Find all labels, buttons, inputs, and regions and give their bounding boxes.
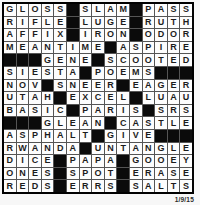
letter-cell[interactable]: S [130, 180, 142, 192]
black-cell [180, 67, 192, 79]
letter-cell[interactable]: G [130, 155, 142, 167]
letter-cell[interactable]: R [105, 80, 117, 92]
black-cell [180, 130, 192, 142]
letter-cell[interactable]: L [42, 17, 54, 29]
letter-cell[interactable]: R [80, 180, 92, 192]
letter-cell[interactable]: G [155, 80, 167, 92]
letter-cell[interactable]: P [80, 168, 92, 180]
letter-cell[interactable]: C [117, 54, 129, 66]
letter-cell[interactable]: R [4, 17, 16, 29]
letter-cell[interactable]: U [155, 17, 167, 29]
letter-cell[interactable]: I [17, 67, 29, 79]
letter-cell[interactable]: G [105, 17, 117, 29]
letter-cell[interactable]: A [29, 92, 41, 104]
letter-cell[interactable]: S [67, 168, 79, 180]
letter-cell[interactable]: D [180, 54, 192, 66]
black-cell [92, 54, 104, 66]
letter-cell[interactable]: N [105, 143, 117, 155]
letter-cell[interactable]: E [117, 17, 129, 29]
black-cell [4, 54, 16, 66]
black-cell [130, 29, 142, 41]
letter-cell[interactable]: T [17, 92, 29, 104]
letter-cell[interactable]: O [29, 4, 41, 16]
letter-cell[interactable]: G [4, 4, 16, 16]
letter-cell[interactable]: N [42, 42, 54, 54]
letter-cell[interactable]: W [17, 143, 29, 155]
black-cell [143, 105, 155, 117]
letter-cell[interactable]: A [117, 42, 129, 54]
letter-cell[interactable]: E [105, 92, 117, 104]
letter-cell[interactable]: U [155, 92, 167, 104]
letter-cell[interactable]: M [80, 42, 92, 54]
letter-cell[interactable]: S [180, 4, 192, 16]
letter-cell[interactable]: F [29, 29, 41, 41]
black-cell [130, 92, 142, 104]
letter-cell[interactable]: I [17, 17, 29, 29]
black-cell [42, 80, 54, 92]
letter-cell[interactable]: A [130, 117, 142, 129]
letter-cell[interactable]: S [42, 168, 54, 180]
letter-cell[interactable]: S [42, 4, 54, 16]
letter-cell[interactable]: H [42, 130, 54, 142]
letter-cell[interactable]: L [168, 143, 180, 155]
letter-cell[interactable]: R [180, 29, 192, 41]
letter-cell[interactable]: N [67, 80, 79, 92]
letter-cell[interactable]: G [155, 143, 167, 155]
letter-cell[interactable]: A [4, 29, 16, 41]
letter-cell[interactable]: O [105, 29, 117, 41]
letter-cell[interactable]: L [67, 130, 79, 142]
letter-cell[interactable]: I [80, 29, 92, 41]
letter-cell[interactable]: E [92, 80, 104, 92]
letter-cell[interactable]: O [92, 168, 104, 180]
black-cell [29, 117, 41, 129]
black-cell [117, 80, 129, 92]
letter-cell[interactable]: C [92, 92, 104, 104]
letter-cell[interactable]: T [54, 42, 66, 54]
letter-cell[interactable]: T [117, 143, 129, 155]
letter-cell[interactable]: O [168, 29, 180, 41]
letter-cell[interactable]: A [143, 180, 155, 192]
letter-cell[interactable]: G [42, 117, 54, 129]
letter-cell[interactable]: A [92, 105, 104, 117]
letter-cell[interactable]: S [168, 168, 180, 180]
letter-cell[interactable]: L [155, 180, 167, 192]
letter-cell[interactable]: F [29, 17, 41, 29]
black-cell [117, 180, 129, 192]
letter-cell[interactable]: G [42, 54, 54, 66]
letter-cell[interactable]: A [54, 130, 66, 142]
letter-cell[interactable]: N [143, 143, 155, 155]
black-cell [117, 168, 129, 180]
letter-cell[interactable]: C [54, 105, 66, 117]
letter-cell[interactable]: E [67, 180, 79, 192]
letter-cell[interactable]: R [143, 17, 155, 29]
letter-cell[interactable]: E [54, 17, 66, 29]
letter-cell[interactable]: T [155, 54, 167, 66]
letter-cell[interactable]: A [143, 80, 155, 92]
puzzle-date: 1/9/15 [175, 196, 194, 203]
letter-cell[interactable]: R [4, 143, 16, 155]
letter-cell[interactable]: A [29, 42, 41, 54]
letter-cell[interactable]: X [80, 92, 92, 104]
black-cell [67, 29, 79, 41]
letter-cell[interactable]: P [143, 42, 155, 54]
letter-cell[interactable]: E [168, 155, 180, 167]
letter-cell[interactable]: N [117, 29, 129, 41]
black-cell [54, 168, 66, 180]
letter-cell[interactable]: I [17, 155, 29, 167]
letter-cell[interactable]: U [180, 92, 192, 104]
letter-cell[interactable]: E [168, 54, 180, 66]
letter-cell[interactable]: A [67, 143, 79, 155]
letter-cell[interactable]: O [143, 29, 155, 41]
crossword-grid: GLOSSSLAMPASSRIFLELUGERUTHAFFIXIRONODORM… [4, 4, 192, 192]
letter-cell[interactable]: I [117, 105, 129, 117]
letter-cell[interactable]: C [29, 155, 41, 167]
letter-cell[interactable]: P [29, 130, 41, 142]
letter-cell[interactable]: R [105, 105, 117, 117]
letter-cell[interactable]: L [143, 92, 155, 104]
letter-cell[interactable]: R [92, 29, 104, 41]
letter-cell[interactable]: A [29, 143, 41, 155]
letter-cell[interactable]: R [168, 105, 180, 117]
letter-cell[interactable]: U [4, 92, 16, 104]
letter-cell[interactable]: A [105, 4, 117, 16]
letter-cell[interactable]: P [92, 67, 104, 79]
letter-cell[interactable]: S [143, 67, 155, 79]
letter-cell[interactable]: G [105, 130, 117, 142]
letter-cell[interactable]: E [117, 67, 129, 79]
letter-cell[interactable]: M [130, 67, 142, 79]
letter-cell[interactable]: E [42, 155, 54, 167]
letter-cell[interactable]: L [54, 117, 66, 129]
letter-cell[interactable]: I [67, 42, 79, 54]
black-cell [54, 180, 66, 192]
letter-cell[interactable]: T [80, 130, 92, 142]
letter-cell[interactable]: L [92, 4, 104, 16]
letter-cell[interactable]: V [29, 80, 41, 92]
letter-cell[interactable]: O [130, 54, 142, 66]
letter-cell[interactable]: E [180, 42, 192, 54]
letter-cell[interactable]: T [155, 117, 167, 129]
letter-cell[interactable]: E [54, 54, 66, 66]
letter-cell[interactable]: T [168, 180, 180, 192]
letter-cell[interactable]: O [17, 80, 29, 92]
letter-cell[interactable]: C [117, 117, 129, 129]
letter-cell[interactable]: E [67, 117, 79, 129]
letter-cell[interactable]: I [117, 130, 129, 142]
letter-cell[interactable]: P [143, 4, 155, 16]
black-cell [117, 155, 129, 167]
letter-cell[interactable]: T [54, 67, 66, 79]
black-cell [80, 67, 92, 79]
letter-cell[interactable]: S [155, 105, 167, 117]
letter-cell[interactable]: P [67, 155, 79, 167]
letter-cell[interactable]: A [80, 155, 92, 167]
letter-cell[interactable]: V [130, 130, 142, 142]
letter-cell[interactable]: S [54, 4, 66, 16]
letter-cell[interactable]: F [17, 29, 29, 41]
letter-cell[interactable]: H [42, 92, 54, 104]
black-cell [155, 130, 167, 142]
letter-cell[interactable]: L [117, 92, 129, 104]
crossword-grid-frame: GLOSSSLAMPASSRIFLELUGERUTHAFFIXIRONODORM… [2, 2, 194, 194]
letter-cell[interactable]: O [155, 155, 167, 167]
letter-cell[interactable]: S [130, 105, 142, 117]
letter-cell[interactable]: S [105, 54, 117, 66]
letter-cell[interactable]: A [168, 92, 180, 104]
black-cell [17, 117, 29, 129]
black-cell [4, 117, 16, 129]
letter-cell[interactable]: D [29, 180, 41, 192]
letter-cell[interactable]: B [4, 105, 16, 117]
letter-cell[interactable]: E [17, 42, 29, 54]
letter-cell[interactable]: A [80, 117, 92, 129]
black-cell [29, 54, 41, 66]
black-cell [105, 42, 117, 54]
letter-cell[interactable]: A [67, 67, 79, 79]
letter-cell[interactable]: M [4, 42, 16, 54]
black-cell [80, 143, 92, 155]
letter-cell[interactable]: N [92, 117, 104, 129]
black-cell [155, 67, 167, 79]
letter-cell[interactable]: S [105, 180, 117, 192]
letter-cell[interactable]: N [4, 80, 16, 92]
letter-cell[interactable]: I [155, 42, 167, 54]
letter-cell[interactable]: S [180, 105, 192, 117]
black-cell [67, 105, 79, 117]
letter-cell[interactable]: L [17, 4, 29, 16]
letter-cell[interactable]: M [117, 4, 129, 16]
letter-cell[interactable]: D [54, 143, 66, 155]
letter-cell[interactable]: T [105, 168, 117, 180]
letter-cell[interactable]: S [168, 4, 180, 16]
letter-cell[interactable]: D [4, 155, 16, 167]
letter-cell[interactable]: E [180, 143, 192, 155]
letter-cell[interactable]: O [143, 54, 155, 66]
letter-cell[interactable]: P [80, 105, 92, 117]
letter-cell[interactable]: E [130, 80, 142, 92]
letter-cell[interactable]: N [67, 54, 79, 66]
black-cell [54, 92, 66, 104]
black-cell [67, 4, 79, 16]
letter-cell[interactable]: I [42, 29, 54, 41]
letter-cell[interactable]: I [42, 105, 54, 117]
letter-cell[interactable]: Y [180, 155, 192, 167]
letter-cell[interactable]: E [80, 80, 92, 92]
black-cell [168, 67, 180, 79]
letter-cell[interactable]: E [17, 180, 29, 192]
letter-cell[interactable]: D [155, 29, 167, 41]
letter-cell[interactable]: N [17, 168, 29, 180]
letter-cell[interactable]: R [143, 168, 155, 180]
letter-cell[interactable]: R [168, 42, 180, 54]
letter-cell[interactable]: E [29, 67, 41, 79]
letter-cell[interactable]: A [17, 105, 29, 117]
black-cell [67, 17, 79, 29]
letter-cell[interactable]: S [42, 180, 54, 192]
letter-cell[interactable]: L [168, 117, 180, 129]
letter-cell[interactable]: O [143, 155, 155, 167]
letter-cell[interactable]: R [92, 180, 104, 192]
letter-cell[interactable]: R [180, 80, 192, 92]
letter-cell[interactable]: L [80, 17, 92, 29]
black-cell [54, 155, 66, 167]
letter-cell[interactable]: E [130, 168, 142, 180]
letter-cell[interactable]: X [54, 29, 66, 41]
black-cell [17, 54, 29, 66]
letter-cell[interactable]: O [105, 67, 117, 79]
letter-cell[interactable]: P [92, 155, 104, 167]
black-cell [92, 130, 104, 142]
letter-cell[interactable]: A [130, 143, 142, 155]
letter-cell[interactable]: S [180, 180, 192, 192]
letter-cell[interactable]: E [80, 54, 92, 66]
letter-cell[interactable]: A [4, 130, 16, 142]
letter-cell[interactable]: S [4, 67, 16, 79]
letter-cell[interactable]: A [105, 155, 117, 167]
letter-cell[interactable]: E [67, 92, 79, 104]
letter-cell[interactable]: T [168, 17, 180, 29]
letter-cell[interactable]: A [155, 168, 167, 180]
black-cell [168, 130, 180, 142]
letter-cell[interactable]: U [92, 143, 104, 155]
letter-cell[interactable]: O [4, 168, 16, 180]
letter-cell[interactable]: E [29, 168, 41, 180]
letter-cell[interactable]: S [80, 4, 92, 16]
letter-cell[interactable]: E [92, 42, 104, 54]
black-cell [130, 17, 142, 29]
letter-cell[interactable]: E [180, 168, 192, 180]
letter-cell[interactable]: S [54, 80, 66, 92]
letter-cell[interactable]: S [42, 67, 54, 79]
letter-cell[interactable]: S [29, 105, 41, 117]
letter-cell[interactable]: U [92, 17, 104, 29]
letter-cell[interactable]: S [143, 117, 155, 129]
letter-cell[interactable]: S [17, 130, 29, 142]
black-cell [130, 4, 142, 16]
letter-cell[interactable]: S [130, 42, 142, 54]
letter-cell[interactable]: E [143, 130, 155, 142]
letter-cell[interactable]: A [155, 4, 167, 16]
letter-cell[interactable]: E [168, 80, 180, 92]
letter-cell[interactable]: N [42, 143, 54, 155]
letter-cell[interactable]: E [180, 117, 192, 129]
black-cell [105, 117, 117, 129]
letter-cell[interactable]: H [180, 17, 192, 29]
letter-cell[interactable]: R [4, 180, 16, 192]
